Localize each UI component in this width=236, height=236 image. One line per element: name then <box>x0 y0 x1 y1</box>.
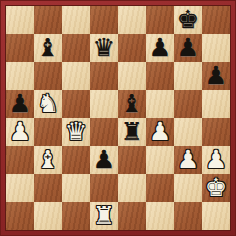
square-d8[interactable] <box>90 6 118 34</box>
square-g6[interactable] <box>174 62 202 90</box>
square-b2[interactable] <box>34 174 62 202</box>
piece-white-pawn: ♟ <box>174 146 202 174</box>
piece-black-pawn: ♟ <box>202 62 230 90</box>
piece-black-pawn: ♟ <box>146 34 174 62</box>
square-h8[interactable] <box>202 6 230 34</box>
square-f1[interactable] <box>146 202 174 230</box>
square-e7[interactable] <box>118 34 146 62</box>
square-h5[interactable] <box>202 90 230 118</box>
square-d5[interactable] <box>90 90 118 118</box>
square-d6[interactable] <box>90 62 118 90</box>
square-b5[interactable]: ♞ <box>34 90 62 118</box>
square-c5[interactable] <box>62 90 90 118</box>
square-h7[interactable] <box>202 34 230 62</box>
square-g4[interactable] <box>174 118 202 146</box>
square-f8[interactable] <box>146 6 174 34</box>
square-e5[interactable]: ♝ <box>118 90 146 118</box>
square-a3[interactable] <box>6 146 34 174</box>
square-a5[interactable]: ♟ <box>6 90 34 118</box>
square-f4[interactable]: ♟ <box>146 118 174 146</box>
piece-white-queen: ♛ <box>62 118 90 146</box>
square-b7[interactable]: ♝ <box>34 34 62 62</box>
square-e4[interactable]: ♜ <box>118 118 146 146</box>
square-g7[interactable]: ♟ <box>174 34 202 62</box>
square-g5[interactable] <box>174 90 202 118</box>
piece-black-bishop: ♝ <box>34 34 62 62</box>
square-d2[interactable] <box>90 174 118 202</box>
square-b6[interactable] <box>34 62 62 90</box>
square-g3[interactable]: ♟ <box>174 146 202 174</box>
square-e2[interactable] <box>118 174 146 202</box>
piece-white-pawn: ♟ <box>6 118 34 146</box>
piece-black-rook: ♜ <box>118 118 146 146</box>
board-frame: ♚♝♛♟♟♟♟♞♝♟♛♜♟♝♟♟♟♚♜ <box>0 0 236 236</box>
square-f6[interactable] <box>146 62 174 90</box>
square-d4[interactable] <box>90 118 118 146</box>
square-c2[interactable] <box>62 174 90 202</box>
square-h4[interactable] <box>202 118 230 146</box>
piece-white-pawn: ♟ <box>202 146 230 174</box>
square-f3[interactable] <box>146 146 174 174</box>
square-c8[interactable] <box>62 6 90 34</box>
square-d1[interactable]: ♜ <box>90 202 118 230</box>
square-a8[interactable] <box>6 6 34 34</box>
square-c4[interactable]: ♛ <box>62 118 90 146</box>
chess-board: ♚♝♛♟♟♟♟♞♝♟♛♜♟♝♟♟♟♚♜ <box>6 6 230 230</box>
square-e8[interactable] <box>118 6 146 34</box>
piece-white-rook: ♜ <box>90 202 118 230</box>
piece-black-king: ♚ <box>174 6 202 34</box>
square-e3[interactable] <box>118 146 146 174</box>
square-c6[interactable] <box>62 62 90 90</box>
square-g2[interactable] <box>174 174 202 202</box>
square-a4[interactable]: ♟ <box>6 118 34 146</box>
square-h1[interactable] <box>202 202 230 230</box>
square-d3[interactable]: ♟ <box>90 146 118 174</box>
square-b3[interactable]: ♝ <box>34 146 62 174</box>
square-h3[interactable]: ♟ <box>202 146 230 174</box>
square-f2[interactable] <box>146 174 174 202</box>
square-g8[interactable]: ♚ <box>174 6 202 34</box>
piece-white-pawn: ♟ <box>146 118 174 146</box>
square-a7[interactable] <box>6 34 34 62</box>
square-f7[interactable]: ♟ <box>146 34 174 62</box>
square-e1[interactable] <box>118 202 146 230</box>
piece-white-king: ♚ <box>202 174 230 202</box>
piece-black-queen: ♛ <box>90 34 118 62</box>
square-a1[interactable] <box>6 202 34 230</box>
square-c3[interactable] <box>62 146 90 174</box>
square-a6[interactable] <box>6 62 34 90</box>
square-h6[interactable]: ♟ <box>202 62 230 90</box>
piece-black-bishop: ♝ <box>118 90 146 118</box>
piece-black-pawn: ♟ <box>6 90 34 118</box>
square-e6[interactable] <box>118 62 146 90</box>
square-f5[interactable] <box>146 90 174 118</box>
piece-black-pawn: ♟ <box>90 146 118 174</box>
piece-white-bishop: ♝ <box>34 146 62 174</box>
square-h2[interactable]: ♚ <box>202 174 230 202</box>
square-b8[interactable] <box>34 6 62 34</box>
square-b1[interactable] <box>34 202 62 230</box>
square-a2[interactable] <box>6 174 34 202</box>
piece-white-knight: ♞ <box>34 90 62 118</box>
piece-black-pawn: ♟ <box>174 34 202 62</box>
square-b4[interactable] <box>34 118 62 146</box>
square-g1[interactable] <box>174 202 202 230</box>
square-c1[interactable] <box>62 202 90 230</box>
square-d7[interactable]: ♛ <box>90 34 118 62</box>
square-c7[interactable] <box>62 34 90 62</box>
